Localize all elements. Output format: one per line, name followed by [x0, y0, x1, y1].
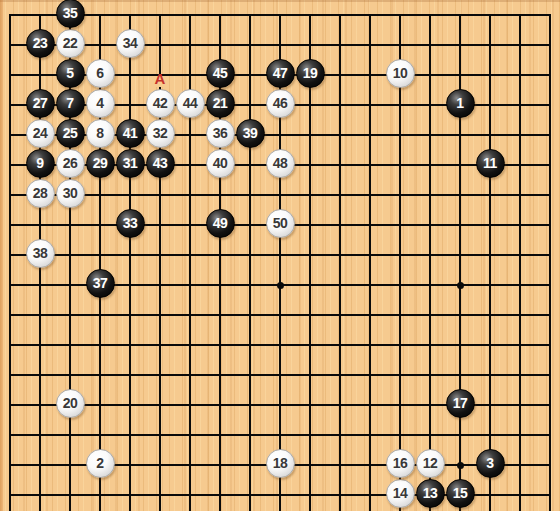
stone-white-38[interactable]: 38 — [26, 239, 55, 268]
star-point — [457, 462, 464, 469]
grid-line-vertical — [129, 14, 131, 511]
stone-number: 29 — [93, 156, 108, 170]
stone-black-45[interactable]: 45 — [206, 59, 235, 88]
stone-number: 24 — [33, 126, 48, 140]
stone-white-14[interactable]: 14 — [386, 479, 415, 508]
stone-number: 48 — [273, 156, 288, 170]
grid-line-horizontal — [9, 194, 551, 196]
stone-black-49[interactable]: 49 — [206, 209, 235, 238]
stone-white-22[interactable]: 22 — [56, 29, 85, 58]
stone-black-37[interactable]: 37 — [86, 269, 115, 298]
grid-line-vertical — [519, 14, 521, 511]
stone-number: 45 — [213, 66, 228, 80]
stone-number: 1 — [456, 96, 463, 110]
stone-black-11[interactable]: 11 — [476, 149, 505, 178]
stone-white-16[interactable]: 16 — [386, 449, 415, 478]
stone-black-41[interactable]: 41 — [116, 119, 145, 148]
grid-line-vertical — [399, 14, 401, 511]
grid-line-vertical — [309, 14, 311, 511]
stone-black-1[interactable]: 1 — [446, 89, 475, 118]
stone-white-46[interactable]: 46 — [266, 89, 295, 118]
stone-number: 8 — [96, 126, 103, 140]
stone-number: 36 — [213, 126, 228, 140]
stone-number: 32 — [153, 126, 168, 140]
grid-line-vertical — [549, 14, 551, 511]
grid-line-vertical — [9, 14, 11, 511]
stone-number: 49 — [213, 216, 228, 230]
stone-number: 39 — [243, 126, 258, 140]
stone-number: 11 — [483, 156, 497, 170]
grid-line-horizontal — [9, 344, 551, 346]
stone-black-19[interactable]: 19 — [296, 59, 325, 88]
stone-number: 30 — [63, 186, 78, 200]
grid-line-vertical — [429, 14, 431, 511]
stone-black-23[interactable]: 23 — [26, 29, 55, 58]
grid-line-horizontal — [9, 14, 551, 16]
stone-black-21[interactable]: 21 — [206, 89, 235, 118]
stone-number: 25 — [63, 126, 78, 140]
stone-white-50[interactable]: 50 — [266, 209, 295, 238]
label-A-marker: A — [155, 71, 166, 86]
stone-white-48[interactable]: 48 — [266, 149, 295, 178]
stone-number: 19 — [303, 66, 318, 80]
stone-black-17[interactable]: 17 — [446, 389, 475, 418]
stone-white-32[interactable]: 32 — [146, 119, 175, 148]
stone-number: 22 — [63, 36, 78, 50]
stone-number: 18 — [273, 456, 288, 470]
grid-line-horizontal — [9, 314, 551, 316]
stone-black-33[interactable]: 33 — [116, 209, 145, 238]
stone-number: 5 — [66, 66, 73, 80]
grid-line-horizontal — [9, 254, 551, 256]
stone-white-2[interactable]: 2 — [86, 449, 115, 478]
stone-black-15[interactable]: 15 — [446, 479, 475, 508]
grid-line-horizontal — [9, 44, 551, 46]
stone-number: 2 — [96, 456, 103, 470]
stone-white-18[interactable]: 18 — [266, 449, 295, 478]
stone-black-13[interactable]: 13 — [416, 479, 445, 508]
board-edge-shading-top — [0, 0, 560, 2]
stone-black-35[interactable]: 35 — [56, 0, 85, 28]
stone-white-44[interactable]: 44 — [176, 89, 205, 118]
stone-number: 12 — [423, 456, 438, 470]
grid-line-vertical — [339, 14, 341, 511]
stone-number: 31 — [123, 156, 138, 170]
stone-black-27[interactable]: 27 — [26, 89, 55, 118]
stone-white-30[interactable]: 30 — [56, 179, 85, 208]
stone-number: 9 — [36, 156, 43, 170]
stone-white-12[interactable]: 12 — [416, 449, 445, 478]
stone-white-40[interactable]: 40 — [206, 149, 235, 178]
stone-number: 47 — [273, 66, 288, 80]
stone-number: 46 — [273, 96, 288, 110]
stone-number: 27 — [33, 96, 48, 110]
stone-white-28[interactable]: 28 — [26, 179, 55, 208]
stone-number: 40 — [213, 156, 228, 170]
go-board[interactable]: A 12345678910111213141516171819202122232… — [0, 0, 560, 511]
stone-number: 15 — [453, 486, 468, 500]
grid-line-vertical — [489, 14, 491, 511]
stone-white-10[interactable]: 10 — [386, 59, 415, 88]
stone-number: 16 — [393, 456, 408, 470]
stone-number: 13 — [423, 486, 438, 500]
stone-black-31[interactable]: 31 — [116, 149, 145, 178]
stone-number: 6 — [96, 66, 103, 80]
stone-number: 38 — [33, 246, 48, 260]
stone-white-36[interactable]: 36 — [206, 119, 235, 148]
stone-number: 21 — [213, 96, 228, 110]
grid-line-vertical — [249, 14, 251, 511]
stone-number: 3 — [486, 456, 493, 470]
stone-black-9[interactable]: 9 — [26, 149, 55, 178]
stone-black-3[interactable]: 3 — [476, 449, 505, 478]
stone-white-42[interactable]: 42 — [146, 89, 175, 118]
grid-line-vertical — [369, 14, 371, 511]
star-point — [457, 282, 464, 289]
grid-line-horizontal — [9, 434, 551, 436]
stone-number: 23 — [33, 36, 48, 50]
stone-black-47[interactable]: 47 — [266, 59, 295, 88]
stone-number: 43 — [153, 156, 168, 170]
stone-number: 41 — [123, 126, 138, 140]
stone-number: 50 — [273, 216, 288, 230]
stone-number: 10 — [393, 66, 408, 80]
stone-number: 42 — [153, 96, 168, 110]
stone-number: 26 — [63, 156, 78, 170]
stone-black-29[interactable]: 29 — [86, 149, 115, 178]
stone-black-39[interactable]: 39 — [236, 119, 265, 148]
stone-black-43[interactable]: 43 — [146, 149, 175, 178]
stone-white-4[interactable]: 4 — [86, 89, 115, 118]
stone-number: 17 — [453, 396, 468, 410]
stone-number: 4 — [96, 96, 103, 110]
stone-number: 20 — [63, 396, 78, 410]
stone-black-25[interactable]: 25 — [56, 119, 85, 148]
stone-number: 44 — [183, 96, 198, 110]
stone-number: 14 — [393, 486, 408, 500]
stone-black-5[interactable]: 5 — [56, 59, 85, 88]
stone-number: 28 — [33, 186, 48, 200]
stone-white-20[interactable]: 20 — [56, 389, 85, 418]
stone-white-6[interactable]: 6 — [86, 59, 115, 88]
grid-line-horizontal — [9, 374, 551, 376]
stone-number: 7 — [66, 96, 73, 110]
board-edge-shading-left — [0, 0, 3, 511]
stone-white-8[interactable]: 8 — [86, 119, 115, 148]
stone-white-34[interactable]: 34 — [116, 29, 145, 58]
stone-black-7[interactable]: 7 — [56, 89, 85, 118]
stone-number: 37 — [93, 276, 108, 290]
stone-number: 34 — [123, 36, 138, 50]
stone-white-24[interactable]: 24 — [26, 119, 55, 148]
stone-number: 33 — [123, 216, 138, 230]
stone-number: 35 — [63, 6, 78, 20]
star-point — [277, 282, 284, 289]
stone-white-26[interactable]: 26 — [56, 149, 85, 178]
